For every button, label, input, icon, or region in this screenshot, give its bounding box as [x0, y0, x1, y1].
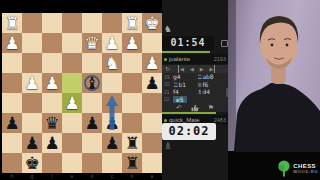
square-d1[interactable] [82, 13, 102, 33]
move-list: 19g4♖ab820♖b1♕f621f4♗d422e5 [162, 73, 228, 104]
tree-icon [277, 160, 291, 177]
move-white-21[interactable]: f4 [173, 88, 197, 95]
square-d2[interactable]: ♛ [82, 33, 102, 53]
square-f3[interactable] [42, 53, 62, 73]
square-e3[interactable] [62, 53, 82, 73]
piece-bB-d4: ♝ [82, 73, 102, 93]
webcam-edge-shadow [228, 0, 236, 152]
piece-wP-g4: ♟ [22, 73, 42, 93]
piece-bP-a4: ♟ [142, 73, 162, 93]
square-f1[interactable] [42, 13, 62, 33]
top-player-rating: 2193 [214, 56, 226, 62]
square-c7[interactable]: ♟ [102, 133, 122, 153]
online-dot-icon [164, 58, 167, 61]
file-label-c: c [102, 173, 122, 179]
file-label-b: b [122, 173, 142, 179]
takeback-button[interactable]: ↶ [176, 104, 182, 112]
square-h7[interactable] [2, 133, 22, 153]
move-number: 20 [164, 81, 173, 87]
square-e1[interactable] [62, 13, 82, 33]
square-a1[interactable]: ♚ [142, 13, 162, 33]
square-c6[interactable]: ♟ [102, 113, 122, 133]
move-black-21[interactable]: ♗d4 [197, 88, 221, 95]
expand-icon[interactable] [221, 40, 228, 47]
streamer-eye [271, 44, 274, 47]
move-black-20[interactable]: ♕f6 [197, 81, 221, 88]
file-label-g: g [22, 173, 42, 179]
square-h4[interactable] [2, 73, 22, 93]
square-e7[interactable] [62, 133, 82, 153]
piece-bQ-f6: ♛ [42, 113, 62, 133]
file-label-e: e [62, 173, 82, 179]
flip-board-icon[interactable]: ↻ [165, 65, 170, 73]
square-f7[interactable]: ♟ [42, 133, 62, 153]
piece-bP-g7: ♟ [22, 133, 42, 153]
captured-knight-icon: ♞ [164, 24, 172, 34]
chesswood-logo: CHESS WOOD.RU [277, 160, 318, 177]
square-h1[interactable]: ♜ [2, 13, 22, 33]
square-c3[interactable]: ♞ [102, 53, 122, 73]
square-f4[interactable]: ♟ [42, 73, 62, 93]
square-g8[interactable]: ♚ [22, 153, 42, 173]
move-number: 19 [164, 74, 173, 80]
piece-bR-b7: ♜ [122, 133, 142, 153]
piece-wN-c3: ♞ [102, 53, 122, 73]
resign-flag-icon[interactable]: ⚑ [208, 104, 214, 112]
move-row-19: 19g4♖ab8 [162, 73, 228, 81]
file-label-h: h [2, 173, 22, 179]
square-f8[interactable] [42, 153, 62, 173]
piece-wR-b1: ♜ [122, 13, 142, 33]
square-g1[interactable] [22, 13, 42, 33]
square-c1[interactable] [102, 13, 122, 33]
square-d8[interactable] [82, 153, 102, 173]
square-a4[interactable]: ♟ [142, 73, 162, 93]
bottom-time-bar [162, 112, 216, 114]
online-dot-icon [164, 119, 167, 122]
move-black-19[interactable]: ♖ab8 [197, 73, 221, 80]
move-row-21: 21f4♗d4 [162, 88, 228, 96]
square-a6[interactable] [142, 113, 162, 133]
square-a5[interactable] [142, 93, 162, 113]
move-white-19[interactable]: g4 [173, 73, 197, 80]
stream-frame: ♜♜♚♟♛♟♟♞♟♟♟♝♟♟♟♛♟♟♟♟♟♜♚♜ hgfedcba ♞ 01:5… [0, 0, 320, 180]
square-b5[interactable] [122, 93, 142, 113]
square-c4[interactable] [102, 73, 122, 93]
square-b7[interactable]: ♜ [122, 133, 142, 153]
square-c2[interactable]: ♟ [102, 33, 122, 53]
top-player-clock: 01:54 [162, 36, 214, 50]
piece-bP-d6: ♟ [82, 113, 102, 133]
square-d6[interactable]: ♟ [82, 113, 102, 133]
square-a2[interactable] [142, 33, 162, 53]
square-d5[interactable] [82, 93, 102, 113]
square-b4[interactable] [122, 73, 142, 93]
square-d7[interactable] [82, 133, 102, 153]
chess-board: ♜♜♚♟♛♟♟♞♟♟♟♝♟♟♟♛♟♟♟♟♟♜♚♜ [2, 13, 162, 173]
replay-controls: ↻ ◀ ◀ ▶ ▶ [162, 65, 228, 73]
square-b6[interactable] [122, 113, 142, 133]
piece-bP-c7: ♟ [102, 133, 122, 153]
game-action-bar: ↶ ⚑ [162, 104, 228, 112]
square-g2[interactable] [22, 33, 42, 53]
square-d4[interactable]: ♝ [82, 73, 102, 93]
move-number: 21 [164, 89, 173, 95]
square-c8[interactable] [102, 153, 122, 173]
square-h5[interactable] [2, 93, 22, 113]
square-f6[interactable]: ♛ [42, 113, 62, 133]
prev-move-button[interactable]: ◀ [190, 65, 194, 73]
file-coordinates: hgfedcba [2, 173, 162, 179]
square-f2[interactable] [42, 33, 62, 53]
square-d3[interactable] [82, 53, 102, 73]
piece-wP-c2: ♟ [102, 33, 122, 53]
square-b8[interactable]: ♜ [122, 153, 142, 173]
streamer-torso [234, 83, 320, 152]
piece-bP-h6: ♟ [2, 113, 22, 133]
top-player-row[interactable]: jualante 2193 [162, 54, 228, 64]
streamer-eye [286, 44, 289, 47]
square-g7[interactable]: ♟ [22, 133, 42, 153]
piece-wP-h2: ♟ [2, 33, 22, 53]
file-label-d: d [82, 173, 102, 179]
streamer-face [260, 21, 298, 69]
piece-bP-f7: ♟ [42, 133, 62, 153]
square-e8[interactable] [62, 153, 82, 173]
square-e4[interactable] [62, 73, 82, 93]
draw-offer-button[interactable] [191, 104, 199, 112]
square-e6[interactable] [62, 113, 82, 133]
square-g6[interactable] [22, 113, 42, 133]
webcam-feed: CHESS WOOD.RU [228, 0, 320, 180]
square-f5[interactable] [42, 93, 62, 113]
bottom-player-rating: 2483 [214, 117, 226, 123]
square-g4[interactable]: ♟ [22, 73, 42, 93]
square-a7[interactable] [142, 133, 162, 153]
square-h3[interactable] [2, 53, 22, 73]
square-a8[interactable] [142, 153, 162, 173]
captured-bishop-icon: ♝ [164, 141, 172, 151]
square-h6[interactable]: ♟ [2, 113, 22, 133]
square-a3[interactable]: ♟ [142, 53, 162, 73]
square-h2[interactable]: ♟ [2, 33, 22, 53]
top-time-bar [162, 51, 210, 53]
square-g3[interactable] [22, 53, 42, 73]
next-move-button[interactable]: ▶ [200, 65, 204, 73]
first-move-button[interactable]: ◀ [178, 65, 184, 73]
piece-bP-c6: ♟ [102, 113, 122, 133]
top-player-name: jualante [169, 56, 190, 62]
square-b2[interactable]: ♟ [122, 33, 142, 53]
move-white-22[interactable]: e5 [173, 96, 187, 103]
piece-wR-h1: ♜ [2, 13, 22, 33]
move-white-20[interactable]: ♖b1 [173, 81, 197, 88]
piece-wQ-d2: ♛ [82, 33, 102, 53]
bottom-player-clock-active: 02:02 [162, 123, 216, 140]
square-c5[interactable] [102, 93, 122, 113]
piece-bR-b8: ♜ [122, 153, 142, 173]
square-e5[interactable]: ♟ [62, 93, 82, 113]
piece-wP-f4: ♟ [42, 73, 62, 93]
square-b3[interactable] [122, 53, 142, 73]
logo-subtitle: WOOD.RU [293, 170, 318, 174]
square-e2[interactable] [62, 33, 82, 53]
square-b1[interactable]: ♜ [122, 13, 142, 33]
piece-wK-a1: ♚ [142, 13, 162, 33]
streamer-person [228, 0, 320, 152]
square-h8[interactable] [2, 153, 22, 173]
file-label-a: a [142, 173, 162, 179]
piece-bK-g8: ♚ [22, 153, 42, 173]
game-panel: ♞ 01:54 jualante 2193 ↻ ◀ ◀ ▶ ▶ 19g4♖ab8… [162, 0, 228, 180]
piece-wP-e5: ♟ [62, 93, 82, 113]
move-row-20: 20♖b1♕f6 [162, 81, 228, 89]
move-number: 22 [164, 96, 173, 102]
move-row-22: 22e5 [162, 96, 228, 104]
file-label-f: f [42, 173, 62, 179]
piece-wP-b2: ♟ [122, 33, 142, 53]
last-move-button[interactable]: ▶ [210, 65, 216, 73]
piece-wP-a3: ♟ [142, 53, 162, 73]
square-g5[interactable] [22, 93, 42, 113]
